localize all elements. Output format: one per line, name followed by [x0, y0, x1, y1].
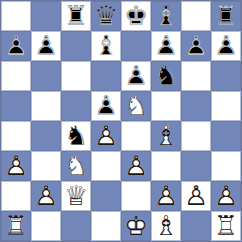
square-f1[interactable]: ♝♗	[151, 211, 181, 241]
square-e1[interactable]: ♚♔	[121, 211, 151, 241]
square-h3[interactable]	[211, 151, 241, 181]
square-d1[interactable]	[91, 211, 121, 241]
square-b6[interactable]	[31, 61, 61, 91]
black-queen[interactable]: ♛♕	[91, 1, 121, 31]
square-g6[interactable]	[181, 61, 211, 91]
square-g4[interactable]	[181, 121, 211, 151]
square-a4[interactable]	[1, 121, 31, 151]
white-pawn[interactable]: ♟♙	[31, 181, 61, 211]
square-a6[interactable]	[1, 61, 31, 91]
square-h7[interactable]: ♟♙	[211, 31, 241, 61]
square-a8[interactable]	[1, 1, 31, 31]
square-g3[interactable]	[181, 151, 211, 181]
black-pawn[interactable]: ♟♙	[91, 91, 121, 121]
square-b8[interactable]	[31, 1, 61, 31]
black-king[interactable]: ♚♔	[121, 1, 151, 31]
square-h4[interactable]	[211, 121, 241, 151]
square-g1[interactable]	[181, 211, 211, 241]
white-pawn[interactable]: ♟♙	[91, 121, 121, 151]
square-f5[interactable]	[151, 91, 181, 121]
white-queen[interactable]: ♛♕	[61, 181, 91, 211]
white-pawn[interactable]: ♟♙	[1, 151, 31, 181]
square-e3[interactable]: ♟♙	[121, 151, 151, 181]
square-b3[interactable]	[31, 151, 61, 181]
black-pawn[interactable]: ♟♙	[211, 31, 241, 61]
black-pawn[interactable]: ♟♙	[1, 31, 31, 61]
square-a2[interactable]	[1, 181, 31, 211]
black-rook[interactable]: ♜♖	[211, 1, 241, 31]
square-c8[interactable]: ♜♖	[61, 1, 91, 31]
square-h2[interactable]: ♟♙	[211, 181, 241, 211]
square-e2[interactable]	[121, 181, 151, 211]
square-c7[interactable]	[61, 31, 91, 61]
square-g8[interactable]	[181, 1, 211, 31]
square-d2[interactable]	[91, 181, 121, 211]
square-b4[interactable]	[31, 121, 61, 151]
square-e4[interactable]	[121, 121, 151, 151]
square-c5[interactable]	[61, 91, 91, 121]
square-d8[interactable]: ♛♕	[91, 1, 121, 31]
square-a1[interactable]: ♜♖	[1, 211, 31, 241]
square-c6[interactable]	[61, 61, 91, 91]
square-e5[interactable]: ♞♘	[121, 91, 151, 121]
white-knight[interactable]: ♞♘	[61, 151, 91, 181]
square-c1[interactable]	[61, 211, 91, 241]
black-pawn[interactable]: ♟♙	[181, 31, 211, 61]
square-f4[interactable]: ♝♗	[151, 121, 181, 151]
square-a3[interactable]: ♟♙	[1, 151, 31, 181]
square-e8[interactable]: ♚♔	[121, 1, 151, 31]
black-bishop[interactable]: ♝♗	[151, 1, 181, 31]
white-rook[interactable]: ♜♖	[1, 211, 31, 241]
square-b1[interactable]	[31, 211, 61, 241]
square-a5[interactable]	[1, 91, 31, 121]
square-b2[interactable]: ♟♙	[31, 181, 61, 211]
black-pawn[interactable]: ♟♙	[31, 31, 61, 61]
black-knight[interactable]: ♞♘	[61, 121, 91, 151]
square-h5[interactable]	[211, 91, 241, 121]
square-f6[interactable]: ♞♘	[151, 61, 181, 91]
square-c4[interactable]: ♞♘	[61, 121, 91, 151]
square-b5[interactable]	[31, 91, 61, 121]
black-bishop[interactable]: ♝♗	[91, 31, 121, 61]
square-d5[interactable]: ♟♙	[91, 91, 121, 121]
square-d7[interactable]: ♝♗	[91, 31, 121, 61]
white-pawn[interactable]: ♟♙	[181, 181, 211, 211]
square-g5[interactable]	[181, 91, 211, 121]
white-pawn[interactable]: ♟♙	[151, 181, 181, 211]
square-e7[interactable]	[121, 31, 151, 61]
black-pawn[interactable]: ♟♙	[151, 31, 181, 61]
square-f2[interactable]: ♟♙	[151, 181, 181, 211]
square-c3[interactable]: ♞♘	[61, 151, 91, 181]
square-c2[interactable]: ♛♕	[61, 181, 91, 211]
square-e6[interactable]: ♟♙	[121, 61, 151, 91]
square-a7[interactable]: ♟♙	[1, 31, 31, 61]
square-d3[interactable]	[91, 151, 121, 181]
square-f3[interactable]	[151, 151, 181, 181]
square-f8[interactable]: ♝♗	[151, 1, 181, 31]
white-knight[interactable]: ♞♘	[121, 91, 151, 121]
white-bishop[interactable]: ♝♗	[151, 211, 181, 241]
square-b7[interactable]: ♟♙	[31, 31, 61, 61]
square-g2[interactable]: ♟♙	[181, 181, 211, 211]
square-h1[interactable]: ♜♖	[211, 211, 241, 241]
black-pawn[interactable]: ♟♙	[121, 61, 151, 91]
black-rook[interactable]: ♜♖	[61, 1, 91, 31]
white-bishop[interactable]: ♝♗	[151, 121, 181, 151]
square-d6[interactable]	[91, 61, 121, 91]
square-h6[interactable]	[211, 61, 241, 91]
white-rook[interactable]: ♜♖	[211, 211, 241, 241]
square-f7[interactable]: ♟♙	[151, 31, 181, 61]
black-knight[interactable]: ♞♘	[151, 61, 181, 91]
square-h8[interactable]: ♜♖	[211, 1, 241, 31]
chess-board: ♜♖♛♕♚♔♝♗♜♖♟♙♟♙♝♗♟♙♟♙♟♙♟♙♞♘♟♙♞♘♞♘♟♙♝♗♟♙♞♘…	[0, 0, 242, 242]
white-pawn[interactable]: ♟♙	[121, 151, 151, 181]
white-pawn[interactable]: ♟♙	[211, 181, 241, 211]
square-g7[interactable]: ♟♙	[181, 31, 211, 61]
square-d4[interactable]: ♟♙	[91, 121, 121, 151]
white-king[interactable]: ♚♔	[121, 211, 151, 241]
